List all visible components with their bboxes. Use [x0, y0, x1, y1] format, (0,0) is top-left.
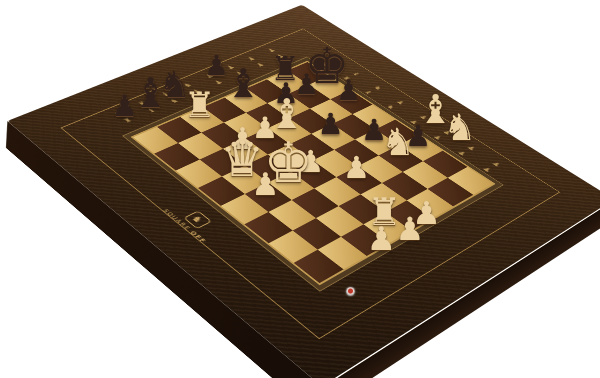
captured-white-knight-1[interactable]: ♞ [443, 110, 476, 147]
captured-white-pawn-2[interactable]: ♟ [367, 223, 396, 256]
power-led-button[interactable] [346, 287, 355, 296]
piece-white-knight-g3[interactable]: ♞ [381, 124, 415, 162]
piece-black-bishop-e8[interactable]: ♝ [226, 64, 262, 104]
piece-white-pawn-e3[interactable]: ♟ [343, 152, 370, 182]
piece-black-pawn-f5[interactable]: ♟ [317, 110, 343, 139]
captured-white-pawn-3[interactable]: ♟ [396, 213, 425, 245]
captured-black-pawn-0[interactable]: ♟ [111, 91, 137, 120]
piece-white-rook-c8[interactable]: ♜ [184, 88, 215, 123]
captured-black-bishop-1[interactable]: ♝ [132, 73, 168, 114]
piece-white-pawn-b4[interactable]: ♟ [251, 168, 279, 199]
piece-black-pawn-h6[interactable]: ♟ [336, 76, 361, 104]
product-photo-canvas: ♛♜♝♞♟♟♟♟♜♝♞♟♟♟♟♟ ♛♜♝♞♟♟♟♟♜♝♞♟♟♟♟♟ ♞ SQUA… [0, 0, 600, 378]
